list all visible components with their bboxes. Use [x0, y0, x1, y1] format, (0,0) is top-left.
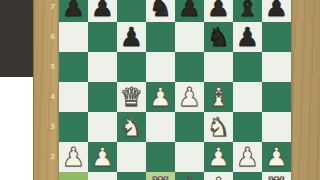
- piece-black-pawn[interactable]: ♟: [117, 22, 146, 52]
- square-d5[interactable]: [146, 52, 175, 82]
- square-f6[interactable]: ♞: [204, 22, 233, 52]
- piece-white-pawn[interactable]: ♟: [175, 82, 204, 112]
- square-h4[interactable]: [262, 82, 291, 112]
- square-c5[interactable]: [117, 52, 146, 82]
- square-c3[interactable]: ♞: [117, 112, 146, 142]
- square-c7[interactable]: [117, 0, 146, 22]
- chess-board: ♜♛♜♚♟♟♞♟♟♝♟♟♞♟♛♟♟♝♞♞♟♟♟♟♟♜♚♝♜: [59, 0, 291, 180]
- square-d4[interactable]: ♟: [146, 82, 175, 112]
- square-e3[interactable]: [175, 112, 204, 142]
- square-b1[interactable]: [88, 172, 117, 180]
- square-d7[interactable]: ♞: [146, 0, 175, 22]
- piece-black-pawn[interactable]: ♟: [262, 0, 291, 22]
- piece-white-rook[interactable]: ♜: [146, 172, 175, 180]
- square-d3[interactable]: [146, 112, 175, 142]
- square-a7[interactable]: ♟: [59, 0, 88, 22]
- square-d2[interactable]: [146, 142, 175, 172]
- piece-black-pawn[interactable]: ♟: [88, 0, 117, 22]
- square-g5[interactable]: [233, 52, 262, 82]
- piece-black-pawn[interactable]: ♟: [59, 0, 88, 22]
- square-g4[interactable]: [233, 82, 262, 112]
- square-b3[interactable]: [88, 112, 117, 142]
- piece-white-knight[interactable]: ♞: [117, 112, 146, 142]
- square-b4[interactable]: [88, 82, 117, 112]
- piece-white-pawn[interactable]: ♟: [262, 142, 291, 172]
- left-dark-panel: [0, 0, 33, 77]
- square-a4[interactable]: [59, 82, 88, 112]
- square-f1[interactable]: ♝: [204, 172, 233, 180]
- rank-label-2: 2: [34, 152, 55, 162]
- square-f4[interactable]: ♝: [204, 82, 233, 112]
- square-a6[interactable]: [59, 22, 88, 52]
- square-b7[interactable]: ♟: [88, 0, 117, 22]
- square-h2[interactable]: ♟: [262, 142, 291, 172]
- square-c6[interactable]: ♟: [117, 22, 146, 52]
- square-f7[interactable]: ♟: [204, 0, 233, 22]
- rank-label-6: 6: [34, 32, 55, 42]
- piece-black-pawn[interactable]: ♟: [233, 22, 262, 52]
- square-g1[interactable]: [233, 172, 262, 180]
- square-h3[interactable]: [262, 112, 291, 142]
- square-f5[interactable]: [204, 52, 233, 82]
- square-g7[interactable]: ♝: [233, 0, 262, 22]
- square-h5[interactable]: [262, 52, 291, 82]
- piece-white-pawn[interactable]: ♟: [233, 142, 262, 172]
- rank-label-7: 7: [34, 2, 55, 12]
- rank-label-5: 5: [34, 62, 55, 72]
- piece-white-queen[interactable]: ♛: [117, 82, 146, 112]
- square-g2[interactable]: ♟: [233, 142, 262, 172]
- piece-white-knight[interactable]: ♞: [204, 112, 233, 142]
- piece-black-bishop[interactable]: ♝: [233, 0, 262, 22]
- square-e1[interactable]: ♚: [175, 172, 204, 180]
- square-h7[interactable]: ♟: [262, 0, 291, 22]
- piece-white-pawn[interactable]: ♟: [88, 142, 117, 172]
- piece-white-pawn[interactable]: ♟: [59, 142, 88, 172]
- rank-label-4: 4: [34, 92, 55, 102]
- square-b5[interactable]: [88, 52, 117, 82]
- square-f3[interactable]: ♞: [204, 112, 233, 142]
- square-a2[interactable]: ♟: [59, 142, 88, 172]
- piece-black-pawn[interactable]: ♟: [175, 0, 204, 22]
- square-e4[interactable]: ♟: [175, 82, 204, 112]
- square-e5[interactable]: [175, 52, 204, 82]
- left-white-panel: [0, 77, 33, 180]
- square-c2[interactable]: [117, 142, 146, 172]
- app-screen: 765432 ♜♛♜♚♟♟♞♟♟♝♟♟♞♟♛♟♟♝♞♞♟♟♟♟♟♜♚♝♜: [0, 0, 320, 180]
- square-e6[interactable]: [175, 22, 204, 52]
- rank-label-3: 3: [34, 122, 55, 132]
- square-e2[interactable]: [175, 142, 204, 172]
- square-a3[interactable]: [59, 112, 88, 142]
- square-g6[interactable]: ♟: [233, 22, 262, 52]
- square-c1[interactable]: [117, 172, 146, 180]
- piece-black-knight[interactable]: ♞: [204, 22, 233, 52]
- square-b2[interactable]: ♟: [88, 142, 117, 172]
- square-f2[interactable]: ♟: [204, 142, 233, 172]
- piece-black-knight[interactable]: ♞: [146, 0, 175, 22]
- square-d6[interactable]: [146, 22, 175, 52]
- square-b6[interactable]: [88, 22, 117, 52]
- square-a5[interactable]: [59, 52, 88, 82]
- square-h6[interactable]: [262, 22, 291, 52]
- piece-white-pawn[interactable]: ♟: [146, 82, 175, 112]
- piece-black-pawn[interactable]: ♟: [204, 0, 233, 22]
- square-g3[interactable]: [233, 112, 262, 142]
- piece-white-pawn[interactable]: ♟: [204, 142, 233, 172]
- piece-white-king[interactable]: ♚: [175, 172, 204, 180]
- square-a1[interactable]: [59, 172, 88, 180]
- piece-white-bishop[interactable]: ♝: [204, 172, 233, 180]
- square-h1[interactable]: ♜: [262, 172, 291, 180]
- square-d1[interactable]: ♜: [146, 172, 175, 180]
- square-e7[interactable]: ♟: [175, 0, 204, 22]
- piece-white-bishop[interactable]: ♝: [204, 82, 233, 112]
- square-c4[interactable]: ♛: [117, 82, 146, 112]
- piece-white-rook[interactable]: ♜: [262, 172, 291, 180]
